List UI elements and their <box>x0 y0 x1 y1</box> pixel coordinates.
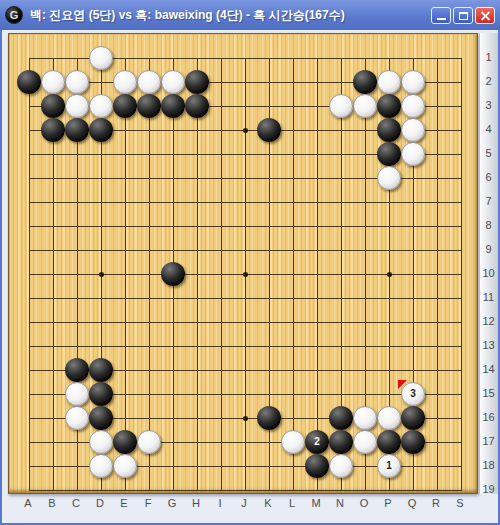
black-stone-C14 <box>65 358 89 382</box>
maximize-button[interactable] <box>453 7 473 24</box>
black-stone-D4 <box>89 118 113 142</box>
column-label: L <box>280 497 304 513</box>
column-label: P <box>376 497 400 513</box>
black-stone-D14 <box>89 358 113 382</box>
white-stone-N3 <box>329 94 353 118</box>
black-stone-P17 <box>377 430 401 454</box>
white-stone-C2 <box>65 70 89 94</box>
black-stone-G3 <box>161 94 185 118</box>
window-title: 백: 진요엽 (5단) vs 흑: baweixing (4단) - 흑 시간승… <box>30 7 427 24</box>
column-label: I <box>208 497 232 513</box>
column-label: A <box>16 497 40 513</box>
star-point <box>243 416 248 421</box>
white-stone-C16 <box>65 406 89 430</box>
star-point <box>99 272 104 277</box>
row-label: 10 <box>479 261 498 285</box>
white-stone-Q5 <box>401 142 425 166</box>
black-stone-F3 <box>137 94 161 118</box>
black-stone-N17 <box>329 430 353 454</box>
white-stone-Q3 <box>401 94 425 118</box>
column-label: B <box>40 497 64 513</box>
row-label: 5 <box>479 141 498 165</box>
row-label: 13 <box>479 333 498 357</box>
row-label: 19 <box>479 477 498 501</box>
black-stone-N16 <box>329 406 353 430</box>
minimize-button[interactable] <box>431 7 451 24</box>
app-logo-icon: G <box>5 6 23 24</box>
row-label: 18 <box>479 453 498 477</box>
row-label: 15 <box>479 381 498 405</box>
white-stone-Q2 <box>401 70 425 94</box>
row-label: 12 <box>479 309 498 333</box>
game-window: G 백: 진요엽 (5단) vs 흑: baweixing (4단) - 흑 시… <box>0 0 500 525</box>
black-stone-E17 <box>113 430 137 454</box>
column-label: R <box>424 497 448 513</box>
close-button[interactable] <box>475 7 495 24</box>
maximize-icon <box>459 12 468 20</box>
column-label: N <box>328 497 352 513</box>
column-label: C <box>64 497 88 513</box>
column-label: Q <box>400 497 424 513</box>
move-number-label: 3 <box>410 389 416 399</box>
row-label: 16 <box>479 405 498 429</box>
black-stone-Q16 <box>401 406 425 430</box>
white-stone-O3 <box>353 94 377 118</box>
column-label: H <box>184 497 208 513</box>
move-number-label: 2 <box>314 437 320 447</box>
black-stone-P4 <box>377 118 401 142</box>
white-stone-C15 <box>65 382 89 406</box>
column-label: K <box>256 497 280 513</box>
go-board[interactable]: 321 <box>8 33 478 494</box>
black-stone-B3 <box>41 94 65 118</box>
black-stone-M18 <box>305 454 329 478</box>
white-stone-P18: 1 <box>377 454 401 478</box>
titlebar[interactable]: G 백: 진요엽 (5단) vs 흑: baweixing (4단) - 흑 시… <box>0 0 500 30</box>
black-stone-H3 <box>185 94 209 118</box>
black-stone-Q17 <box>401 430 425 454</box>
column-label: M <box>304 497 328 513</box>
white-stone-D3 <box>89 94 113 118</box>
last-move-marker-icon <box>398 380 407 389</box>
white-stone-E2 <box>113 70 137 94</box>
black-stone-P5 <box>377 142 401 166</box>
row-label: 11 <box>479 285 498 309</box>
white-stone-F2 <box>137 70 161 94</box>
black-stone-D15 <box>89 382 113 406</box>
black-stone-D16 <box>89 406 113 430</box>
window-controls <box>431 7 495 24</box>
black-stone-O2 <box>353 70 377 94</box>
row-labels: 12345678910111213141516171819 <box>479 45 498 501</box>
move-number-label: 1 <box>386 461 392 471</box>
client-area: 321 ABCDEFGHIJKLMNOPQRS 1234567891011121… <box>2 30 498 523</box>
white-stone-F17 <box>137 430 161 454</box>
black-stone-H2 <box>185 70 209 94</box>
black-stone-C4 <box>65 118 89 142</box>
minimize-icon <box>437 18 446 20</box>
row-label: 8 <box>479 213 498 237</box>
column-label: D <box>88 497 112 513</box>
white-stone-B2 <box>41 70 65 94</box>
white-stone-P6 <box>377 166 401 190</box>
white-stone-P16 <box>377 406 401 430</box>
white-stone-E18 <box>113 454 137 478</box>
column-label: E <box>112 497 136 513</box>
black-stone-A2 <box>17 70 41 94</box>
white-stone-D17 <box>89 430 113 454</box>
white-stone-G2 <box>161 70 185 94</box>
black-stone-P3 <box>377 94 401 118</box>
white-stone-O17 <box>353 430 377 454</box>
row-label: 3 <box>479 93 498 117</box>
white-stone-D1 <box>89 46 113 70</box>
white-stone-L17 <box>281 430 305 454</box>
star-point <box>387 272 392 277</box>
column-label: S <box>448 497 472 513</box>
white-stone-O16 <box>353 406 377 430</box>
column-label: J <box>232 497 256 513</box>
row-label: 7 <box>479 189 498 213</box>
black-stone-G10 <box>161 262 185 286</box>
white-stone-P2 <box>377 70 401 94</box>
row-label: 1 <box>479 45 498 69</box>
black-stone-B4 <box>41 118 65 142</box>
white-stone-Q15: 3 <box>401 382 425 406</box>
black-stone-K16 <box>257 406 281 430</box>
star-point <box>243 128 248 133</box>
column-label: F <box>136 497 160 513</box>
white-stone-D18 <box>89 454 113 478</box>
row-label: 2 <box>479 69 498 93</box>
row-label: 6 <box>479 165 498 189</box>
column-label: G <box>160 497 184 513</box>
row-label: 4 <box>479 117 498 141</box>
white-stone-Q4 <box>401 118 425 142</box>
white-stone-C3 <box>65 94 89 118</box>
row-label: 14 <box>479 357 498 381</box>
row-label: 17 <box>479 429 498 453</box>
star-point <box>243 272 248 277</box>
white-stone-N18 <box>329 454 353 478</box>
board-grid: 321 <box>17 46 473 502</box>
black-stone-K4 <box>257 118 281 142</box>
column-labels: ABCDEFGHIJKLMNOPQRS <box>16 497 472 513</box>
column-label: O <box>352 497 376 513</box>
black-stone-M17: 2 <box>305 430 329 454</box>
row-label: 9 <box>479 237 498 261</box>
black-stone-E3 <box>113 94 137 118</box>
